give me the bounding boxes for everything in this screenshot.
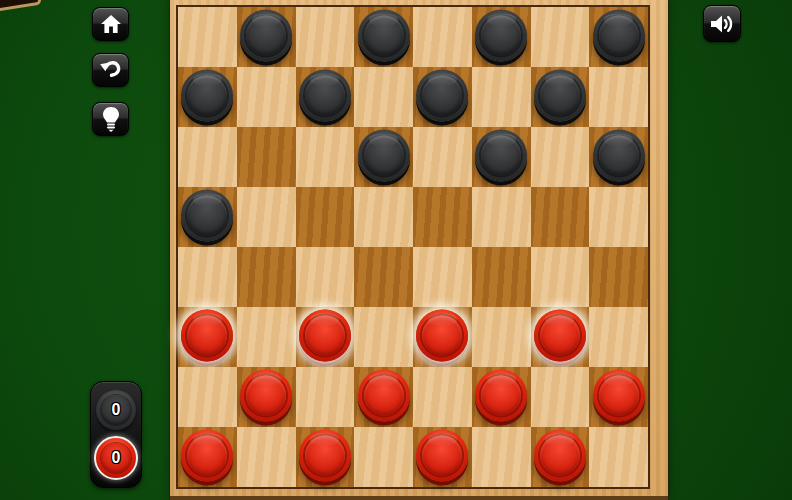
- square-r1c8[interactable]: [589, 7, 648, 67]
- square-r8c5[interactable]: [413, 427, 472, 487]
- square-r4c5[interactable]: [413, 187, 472, 247]
- square-r2c8: [589, 67, 648, 127]
- square-r2c4: [354, 67, 413, 127]
- red-piece[interactable]: [299, 309, 351, 361]
- square-r8c6: [472, 427, 531, 487]
- square-r6c7[interactable]: [531, 307, 590, 367]
- square-r1c5: [413, 7, 472, 67]
- red-piece[interactable]: [240, 369, 292, 421]
- square-r7c2[interactable]: [237, 367, 296, 427]
- square-r7c4[interactable]: [354, 367, 413, 427]
- square-r5c5: [413, 247, 472, 307]
- home-icon: [99, 12, 123, 36]
- black-piece[interactable]: [240, 9, 292, 61]
- square-r6c5[interactable]: [413, 307, 472, 367]
- square-r3c5: [413, 127, 472, 187]
- square-r7c1: [178, 367, 237, 427]
- square-r5c8[interactable]: [589, 247, 648, 307]
- black-piece[interactable]: [534, 69, 586, 121]
- square-r5c3: [296, 247, 355, 307]
- square-r3c2[interactable]: [237, 127, 296, 187]
- square-r1c6[interactable]: [472, 7, 531, 67]
- square-r7c3: [296, 367, 355, 427]
- square-r2c2: [237, 67, 296, 127]
- black-piece[interactable]: [475, 9, 527, 61]
- square-r8c7[interactable]: [531, 427, 590, 487]
- square-r6c1[interactable]: [178, 307, 237, 367]
- square-r3c8[interactable]: [589, 127, 648, 187]
- undo-button[interactable]: [92, 53, 129, 87]
- square-r5c2[interactable]: [237, 247, 296, 307]
- square-r8c2: [237, 427, 296, 487]
- square-r1c2[interactable]: [237, 7, 296, 67]
- square-r2c3[interactable]: [296, 67, 355, 127]
- black-piece[interactable]: [358, 129, 410, 181]
- undo-icon: [98, 58, 124, 82]
- square-r6c6: [472, 307, 531, 367]
- square-r1c4[interactable]: [354, 7, 413, 67]
- square-r3c3: [296, 127, 355, 187]
- red-piece[interactable]: [593, 369, 645, 421]
- square-r7c5: [413, 367, 472, 427]
- black-piece[interactable]: [593, 9, 645, 61]
- square-r2c6: [472, 67, 531, 127]
- square-r6c4: [354, 307, 413, 367]
- lightbulb-icon: [100, 106, 122, 132]
- black-piece[interactable]: [475, 129, 527, 181]
- square-r3c1: [178, 127, 237, 187]
- square-r6c2: [237, 307, 296, 367]
- score-panel: 0 0: [90, 381, 142, 488]
- black-piece[interactable]: [358, 9, 410, 61]
- red-piece[interactable]: [181, 429, 233, 481]
- red-piece[interactable]: [299, 429, 351, 481]
- square-r4c7[interactable]: [531, 187, 590, 247]
- square-r6c8: [589, 307, 648, 367]
- red-score-counter: 0: [94, 436, 138, 480]
- black-piece[interactable]: [416, 69, 468, 121]
- square-r7c7: [531, 367, 590, 427]
- hint-button[interactable]: [92, 102, 129, 136]
- square-r8c8: [589, 427, 648, 487]
- black-score-value: 0: [112, 402, 121, 418]
- square-r8c1[interactable]: [178, 427, 237, 487]
- red-score-value: 0: [112, 450, 121, 466]
- square-r7c6[interactable]: [472, 367, 531, 427]
- square-r1c7: [531, 7, 590, 67]
- red-piece[interactable]: [416, 429, 468, 481]
- red-piece[interactable]: [475, 369, 527, 421]
- square-r5c1: [178, 247, 237, 307]
- square-r3c4[interactable]: [354, 127, 413, 187]
- board-squares: [176, 5, 650, 489]
- square-r8c4: [354, 427, 413, 487]
- game-screen: 0 0: [0, 0, 792, 500]
- speaker-icon: [709, 12, 735, 36]
- square-r5c6[interactable]: [472, 247, 531, 307]
- square-r3c7: [531, 127, 590, 187]
- square-r5c7: [531, 247, 590, 307]
- square-r4c8: [589, 187, 648, 247]
- square-r4c3[interactable]: [296, 187, 355, 247]
- square-r4c2: [237, 187, 296, 247]
- black-score-counter: 0: [96, 390, 136, 430]
- square-r4c1[interactable]: [178, 187, 237, 247]
- sound-button[interactable]: [703, 5, 741, 42]
- black-piece[interactable]: [181, 189, 233, 241]
- square-r6c3[interactable]: [296, 307, 355, 367]
- red-piece[interactable]: [358, 369, 410, 421]
- square-r4c4: [354, 187, 413, 247]
- black-piece[interactable]: [299, 69, 351, 121]
- square-r1c1: [178, 7, 237, 67]
- home-button[interactable]: [92, 7, 129, 41]
- square-r4c6: [472, 187, 531, 247]
- red-piece[interactable]: [534, 309, 586, 361]
- square-r2c5[interactable]: [413, 67, 472, 127]
- square-r5c4[interactable]: [354, 247, 413, 307]
- cropped-corner-element: [0, 0, 42, 13]
- red-piece[interactable]: [416, 309, 468, 361]
- square-r2c7[interactable]: [531, 67, 590, 127]
- square-r2c1[interactable]: [178, 67, 237, 127]
- square-r7c8[interactable]: [589, 367, 648, 427]
- square-r8c3[interactable]: [296, 427, 355, 487]
- black-piece[interactable]: [593, 129, 645, 181]
- checkers-board: [170, 0, 668, 500]
- black-piece[interactable]: [181, 69, 233, 121]
- square-r3c6[interactable]: [472, 127, 531, 187]
- red-piece[interactable]: [181, 309, 233, 361]
- red-piece[interactable]: [534, 429, 586, 481]
- square-r1c3: [296, 7, 355, 67]
